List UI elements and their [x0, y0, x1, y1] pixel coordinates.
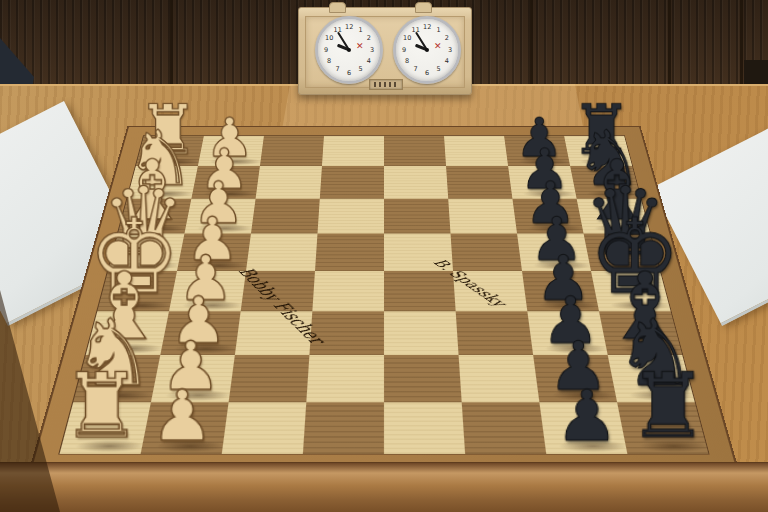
board-perspective: Bobby Fischer B. Spassky ♜♞♝♛♚♝♞♜♟♟♟♟♟♟♟… [0, 0, 768, 512]
board-pieces: ♜♞♝♛♚♝♞♜♟♟♟♟♟♟♟♟♟♟♟♟♟♟♟♟♜♞♝♛♚♝♞♜ [60, 136, 709, 454]
piece-black-p-h7: ♟ [539, 402, 627, 453]
piece-glyph: ♜ [61, 362, 141, 451]
piece-white-r-h1: ♜ [60, 402, 151, 453]
piece-white-p-h2: ♟ [141, 402, 229, 453]
chess-board: Bobby Fischer B. Spassky ♜♞♝♛♚♝♞♜♟♟♟♟♟♟♟… [29, 126, 740, 471]
piece-glyph: ♜ [627, 362, 707, 451]
piece-black-r-h8: ♜ [617, 402, 708, 453]
piece-glyph: ♟ [150, 380, 213, 450]
scene: 121234567891011✕ 121234567891011✕ Bobby … [0, 0, 768, 512]
table-front-edge [0, 462, 768, 512]
piece-glyph: ♟ [555, 380, 618, 450]
